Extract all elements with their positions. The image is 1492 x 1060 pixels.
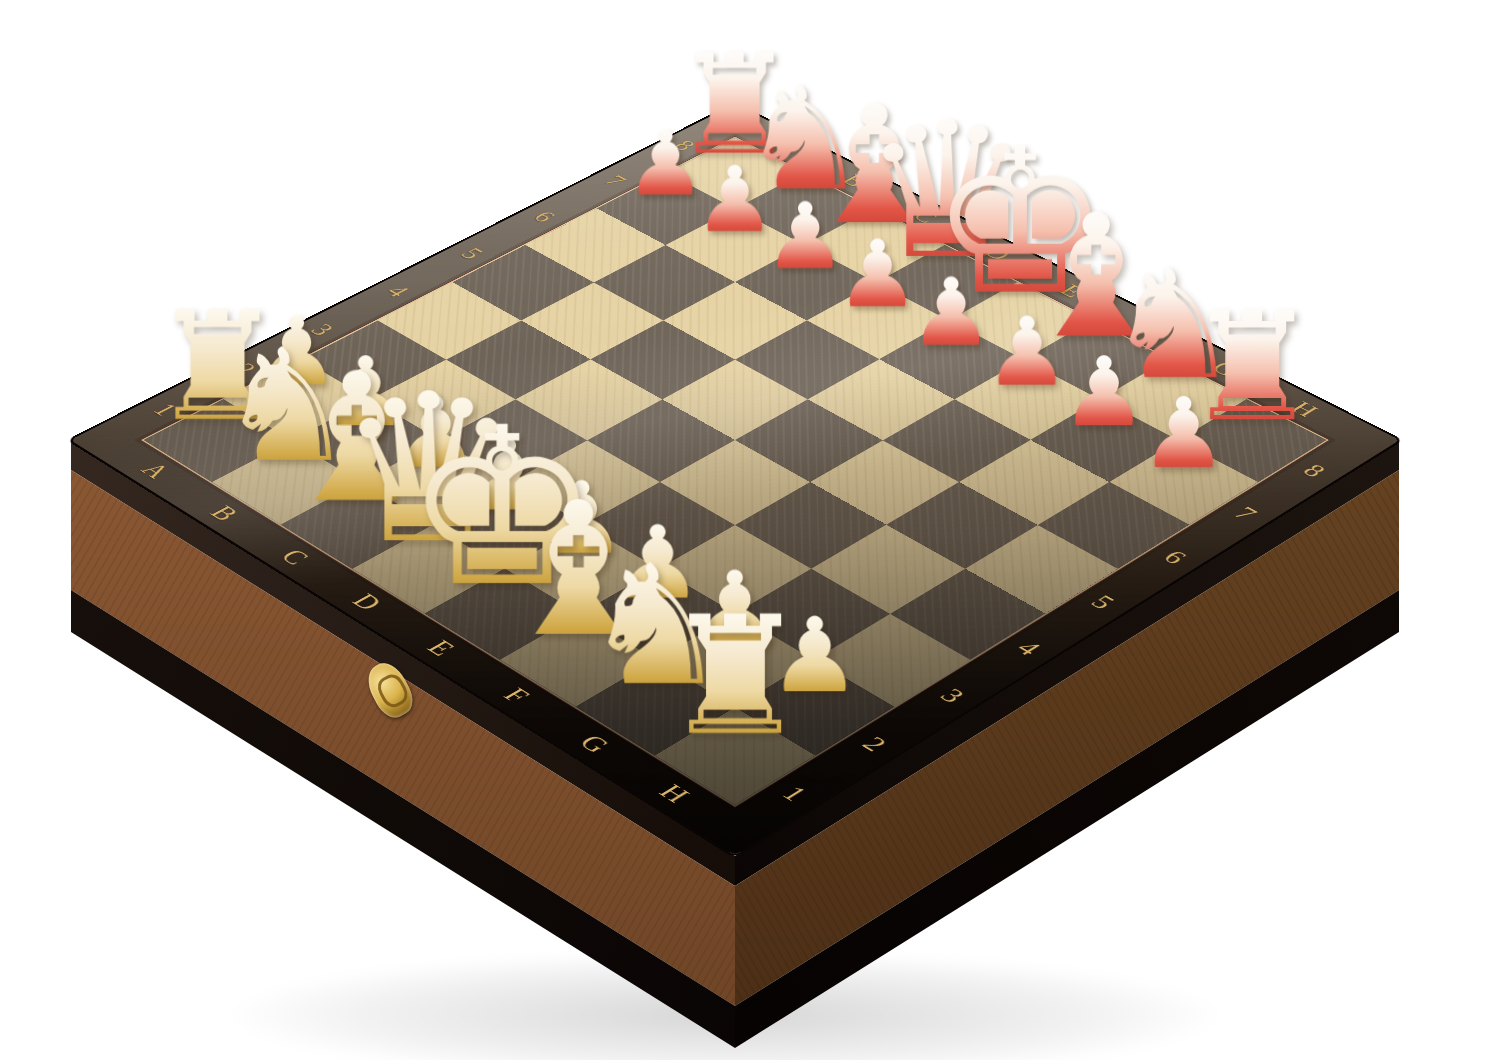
case-latch-icon <box>361 657 419 723</box>
file-label-near-e: E <box>420 636 462 661</box>
file-label-near-g: G <box>572 730 618 758</box>
rank-label-left-4: 4 <box>380 282 416 301</box>
piece-red-pawn-h7[interactable]: ♟ <box>1140 388 1227 480</box>
file-label-near-a: A <box>134 459 177 483</box>
piece-red-pawn-d7[interactable]: ♟ <box>836 231 919 319</box>
file-label-near-h: H <box>651 779 697 807</box>
case-shadow <box>60 930 1390 1060</box>
squares-grid: ♜♞♝♛♚♝♞♜♟♟♟♟♟♟♟♟♟♟♟♟♟♟♟♟♜♞♝♛♚♝♞♜ <box>141 137 1329 807</box>
piece-red-pawn-f7[interactable]: ♟ <box>985 307 1070 397</box>
scene: ♜♞♝♛♚♝♞♜♟♟♟♟♟♟♟♟♟♟♟♟♟♟♟♟♜♞♝♛♚♝♞♜ AA88BB7… <box>0 0 1492 1060</box>
rank-label-right-3: 3 <box>933 684 972 708</box>
file-label-near-d: D <box>345 590 389 616</box>
rank-label-right-4: 4 <box>1010 637 1049 660</box>
file-label-near-f: F <box>496 683 538 708</box>
rank-label-right-8: 8 <box>1296 460 1332 481</box>
rank-label-right-7: 7 <box>1227 503 1264 525</box>
file-label-near-b: B <box>203 502 245 526</box>
piece-red-pawn-c7[interactable]: ♟ <box>764 193 846 280</box>
rank-label-right-5: 5 <box>1084 591 1122 614</box>
chess-board: ♜♞♝♛♚♝♞♜♟♟♟♟♟♟♟♟♟♟♟♟♟♟♟♟♜♞♝♛♚♝♞♜ AA88BB7… <box>70 104 1399 856</box>
file-label-near-c: C <box>273 545 316 569</box>
rank-label-right-2: 2 <box>855 732 895 757</box>
piece-red-pawn-g7[interactable]: ♟ <box>1062 347 1148 438</box>
rank-label-left-6: 6 <box>527 208 562 226</box>
rank-label-right-6: 6 <box>1157 546 1194 568</box>
rank-label-left-5: 5 <box>454 244 490 263</box>
rank-label-right-1: 1 <box>775 781 816 806</box>
piece-gold-rook-h1[interactable]: ♜ <box>662 598 809 753</box>
piece-red-pawn-e7[interactable]: ♟ <box>910 269 994 358</box>
